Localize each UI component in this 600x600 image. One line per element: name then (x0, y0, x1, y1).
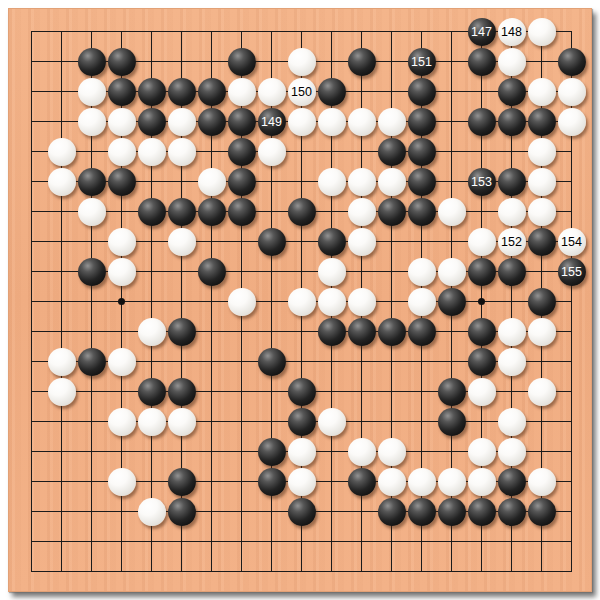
stone-black[interactable] (108, 168, 136, 196)
stone-black-move-153[interactable]: 153 (468, 168, 496, 196)
stone-black[interactable] (168, 198, 196, 226)
stone-black[interactable] (258, 228, 286, 256)
move-number-label: 151 (411, 48, 432, 76)
stone-white[interactable] (348, 108, 376, 136)
stone-black[interactable] (138, 78, 166, 106)
stone-white[interactable] (138, 138, 166, 166)
stone-white[interactable] (408, 288, 436, 316)
stone-white[interactable] (48, 138, 76, 166)
stone-black[interactable] (168, 468, 196, 496)
stone-black[interactable] (228, 48, 256, 76)
stone-white[interactable] (348, 288, 376, 316)
stone-white-move-152[interactable]: 152 (498, 228, 526, 256)
stone-black[interactable] (78, 348, 106, 376)
stone-white[interactable] (438, 198, 466, 226)
stone-black[interactable] (498, 498, 526, 526)
stone-black[interactable] (198, 198, 226, 226)
stone-black[interactable] (228, 108, 256, 136)
stone-white[interactable] (348, 198, 376, 226)
stone-black[interactable] (408, 498, 436, 526)
stone-black[interactable] (198, 78, 226, 106)
stone-white[interactable] (318, 108, 346, 136)
stone-white[interactable] (378, 168, 406, 196)
stone-black-move-149[interactable]: 149 (258, 108, 286, 136)
stone-black[interactable] (318, 228, 346, 256)
stone-white[interactable] (138, 408, 166, 436)
stone-black[interactable] (438, 288, 466, 316)
stone-black[interactable] (228, 168, 256, 196)
stone-white[interactable] (198, 168, 226, 196)
stone-black-move-151[interactable]: 151 (408, 48, 436, 76)
stone-black[interactable] (468, 318, 496, 346)
stone-white[interactable] (108, 408, 136, 436)
stone-white[interactable] (48, 378, 76, 406)
stone-white[interactable] (258, 78, 286, 106)
stone-white-move-150[interactable]: 150 (288, 78, 316, 106)
stone-white[interactable] (108, 258, 136, 286)
stone-black[interactable] (408, 318, 436, 346)
stone-white[interactable] (108, 108, 136, 136)
stone-black[interactable] (348, 318, 376, 346)
stone-white[interactable] (498, 198, 526, 226)
stone-white[interactable] (108, 228, 136, 256)
move-number-label: 152 (501, 228, 522, 256)
stone-white[interactable] (288, 468, 316, 496)
stone-white[interactable] (168, 408, 196, 436)
stone-black[interactable] (228, 138, 256, 166)
stone-black[interactable] (318, 318, 346, 346)
stone-black[interactable] (78, 258, 106, 286)
move-number-label: 149 (261, 108, 282, 136)
stone-white[interactable] (528, 198, 556, 226)
stone-white[interactable] (108, 348, 136, 376)
stone-white[interactable] (378, 438, 406, 466)
stone-white[interactable] (318, 288, 346, 316)
stone-black[interactable] (408, 78, 436, 106)
move-number-label: 155 (561, 258, 582, 286)
stone-black[interactable] (228, 198, 256, 226)
stone-black-move-155[interactable]: 155 (558, 258, 586, 286)
move-number-label: 154 (561, 228, 582, 256)
stone-white[interactable] (108, 468, 136, 496)
stone-black[interactable] (438, 408, 466, 436)
stone-black[interactable] (498, 468, 526, 496)
stone-white[interactable] (348, 438, 376, 466)
stone-white[interactable] (438, 258, 466, 286)
stone-black[interactable] (168, 498, 196, 526)
stone-white[interactable] (168, 108, 196, 136)
stone-black[interactable] (498, 108, 526, 136)
stone-white[interactable] (288, 438, 316, 466)
move-number-label: 147 (471, 18, 492, 46)
stone-white[interactable] (288, 48, 316, 76)
stone-white[interactable] (498, 438, 526, 466)
stone-white[interactable] (258, 138, 286, 166)
stone-white[interactable] (408, 468, 436, 496)
stone-white[interactable] (498, 48, 526, 76)
stone-black[interactable] (108, 78, 136, 106)
stone-black[interactable] (378, 318, 406, 346)
stone-black[interactable] (528, 288, 556, 316)
stone-black[interactable] (468, 498, 496, 526)
stone-white[interactable] (348, 228, 376, 256)
stone-black[interactable] (78, 168, 106, 196)
stone-black[interactable] (258, 348, 286, 376)
stone-white[interactable] (528, 318, 556, 346)
stone-black[interactable] (108, 48, 136, 76)
stone-black[interactable] (528, 498, 556, 526)
stone-black[interactable] (198, 108, 226, 136)
stone-black[interactable] (288, 378, 316, 406)
stone-black[interactable] (348, 48, 376, 76)
stone-black[interactable] (348, 468, 376, 496)
stone-black[interactable] (408, 138, 436, 166)
stone-black[interactable] (258, 438, 286, 466)
stone-black[interactable] (468, 48, 496, 76)
stone-white[interactable] (558, 78, 586, 106)
stone-white[interactable] (288, 108, 316, 136)
stone-white[interactable] (558, 108, 586, 136)
stone-white[interactable] (138, 498, 166, 526)
stone-black[interactable] (318, 78, 346, 106)
stone-black[interactable] (138, 378, 166, 406)
stone-black[interactable] (198, 258, 226, 286)
stone-black[interactable] (378, 138, 406, 166)
stone-white[interactable] (528, 18, 556, 46)
stone-white[interactable] (168, 228, 196, 256)
stone-white[interactable] (318, 168, 346, 196)
stone-white[interactable] (528, 468, 556, 496)
stone-black[interactable] (498, 258, 526, 286)
stone-black[interactable] (168, 78, 196, 106)
stone-white[interactable] (228, 288, 256, 316)
stone-black[interactable] (258, 468, 286, 496)
stone-black[interactable] (558, 48, 586, 76)
stone-white[interactable] (528, 168, 556, 196)
stone-white[interactable] (48, 168, 76, 196)
stone-black[interactable] (288, 198, 316, 226)
stone-white[interactable] (138, 318, 166, 346)
stone-black-move-147[interactable]: 147 (468, 18, 496, 46)
stone-white[interactable] (528, 378, 556, 406)
stone-black[interactable] (468, 108, 496, 136)
stone-white[interactable] (288, 288, 316, 316)
stone-white[interactable] (78, 78, 106, 106)
stone-black[interactable] (438, 378, 466, 406)
stone-white[interactable] (498, 408, 526, 436)
stone-black[interactable] (288, 498, 316, 526)
stone-white[interactable] (48, 348, 76, 376)
stone-black[interactable] (138, 198, 166, 226)
stone-white[interactable] (108, 138, 136, 166)
stone-black[interactable] (288, 408, 316, 436)
stone-white[interactable] (498, 348, 526, 376)
stone-white[interactable] (78, 108, 106, 136)
stone-white[interactable] (378, 468, 406, 496)
stone-white[interactable] (378, 108, 406, 136)
stone-white[interactable] (528, 138, 556, 166)
go-board[interactable]: 147148151150149153152154155 (8, 8, 592, 592)
stone-black[interactable] (498, 78, 526, 106)
stone-white[interactable] (318, 258, 346, 286)
stone-black[interactable] (408, 168, 436, 196)
stone-black[interactable] (468, 348, 496, 376)
stone-black[interactable] (378, 498, 406, 526)
stone-black[interactable] (168, 318, 196, 346)
stone-white[interactable] (468, 228, 496, 256)
stone-black[interactable] (468, 258, 496, 286)
stone-white-move-148[interactable]: 148 (498, 18, 526, 46)
stone-black[interactable] (78, 48, 106, 76)
stone-black[interactable] (498, 168, 526, 196)
stone-white[interactable] (348, 168, 376, 196)
stone-white[interactable] (468, 468, 496, 496)
stone-white[interactable] (318, 408, 346, 436)
stone-white[interactable] (498, 318, 526, 346)
stone-white[interactable] (438, 468, 466, 496)
stone-white[interactable] (78, 198, 106, 226)
stone-black[interactable] (378, 198, 406, 226)
stone-black[interactable] (528, 108, 556, 136)
stone-black[interactable] (138, 108, 166, 136)
stone-white[interactable] (228, 78, 256, 106)
stone-white-move-154[interactable]: 154 (558, 228, 586, 256)
stone-white[interactable] (168, 138, 196, 166)
stone-black[interactable] (528, 228, 556, 256)
stone-white[interactable] (408, 258, 436, 286)
stone-black[interactable] (408, 108, 436, 136)
move-number-label: 153 (471, 168, 492, 196)
stone-black[interactable] (408, 198, 436, 226)
stone-black[interactable] (438, 498, 466, 526)
stones-layer: 147148151150149153152154155 (9, 9, 591, 591)
stone-white[interactable] (468, 378, 496, 406)
stone-white[interactable] (468, 438, 496, 466)
move-number-label: 150 (291, 78, 312, 106)
move-number-label: 148 (501, 18, 522, 46)
stone-black[interactable] (168, 378, 196, 406)
stone-white[interactable] (528, 78, 556, 106)
